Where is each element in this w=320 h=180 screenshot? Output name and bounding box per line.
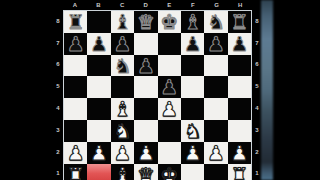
white-pawn: ♟ [158,98,181,120]
file-label-d: D [134,0,158,10]
file-labels: ABCDEFGH [63,0,252,10]
white-rook: ♜ [64,164,87,180]
square-d5[interactable] [134,76,157,98]
square-g2[interactable]: ♟ [204,142,227,164]
square-e5[interactable]: ♟ [158,76,181,98]
square-c4[interactable]: ♝ [111,98,134,120]
rank-label-6: 6 [54,61,62,67]
square-b5[interactable] [87,76,110,98]
square-e7[interactable] [158,33,181,55]
square-c3[interactable]: ♞ [111,120,134,142]
square-h4[interactable] [228,98,251,120]
white-pawn: ♟ [87,142,110,164]
square-h3[interactable] [228,120,251,142]
chess-board: ♜♝♛♚♝♞♜♟♟♟♟♟♟♞♟♟♝♟♞♞♟♟♟♟♟♟♟♜♝♛♚♜ [63,10,252,180]
black-pawn: ♟ [204,33,227,55]
black-bishop: ♝ [181,11,204,33]
square-a2[interactable]: ♟ [64,142,87,164]
square-g4[interactable] [204,98,227,120]
black-pawn: ♟ [134,55,157,77]
black-knight: ♞ [111,55,134,77]
square-a1[interactable]: ♜ [64,164,87,180]
rank-label-1: 1 [54,170,62,176]
rank-label-1: 1 [253,170,261,176]
square-f2[interactable]: ♟ [181,142,204,164]
square-h8[interactable]: ♜ [228,11,251,33]
black-bishop: ♝ [111,11,134,33]
square-a8[interactable]: ♜ [64,11,87,33]
background-blue-stripe [261,0,273,180]
file-label-b: B [87,0,111,10]
square-d7[interactable] [134,33,157,55]
white-pawn: ♟ [204,142,227,164]
square-b7[interactable]: ♟ [87,33,110,55]
square-e3[interactable] [158,120,181,142]
square-d3[interactable] [134,120,157,142]
square-f4[interactable] [181,98,204,120]
rank-labels-left: 87654321 [54,10,62,180]
square-h5[interactable] [228,76,251,98]
square-b3[interactable] [87,120,110,142]
white-knight: ♞ [111,120,134,142]
black-king: ♚ [158,11,181,33]
rank-label-3: 3 [253,127,261,133]
square-b4[interactable] [87,98,110,120]
rank-label-2: 2 [54,149,62,155]
square-h2[interactable]: ♟ [228,142,251,164]
black-pawn: ♟ [181,33,204,55]
white-pawn: ♟ [228,142,251,164]
square-g5[interactable] [204,76,227,98]
square-e2[interactable] [158,142,181,164]
square-a3[interactable] [64,120,87,142]
white-pawn: ♟ [134,142,157,164]
square-g7[interactable]: ♟ [204,33,227,55]
black-pawn: ♟ [64,33,87,55]
square-f8[interactable]: ♝ [181,11,204,33]
black-knight: ♞ [204,11,227,33]
white-bishop: ♝ [111,98,134,120]
rank-label-7: 7 [253,40,261,46]
square-a7[interactable]: ♟ [64,33,87,55]
file-label-g: G [205,0,229,10]
square-h1[interactable]: ♜ [228,164,251,180]
black-pawn: ♟ [87,33,110,55]
white-rook: ♜ [228,164,251,180]
square-a4[interactable] [64,98,87,120]
file-label-f: F [181,0,205,10]
square-f1[interactable] [181,164,204,180]
square-g1[interactable] [204,164,227,180]
rank-label-3: 3 [54,127,62,133]
square-b1[interactable] [87,164,110,180]
rank-label-2: 2 [253,149,261,155]
square-d6[interactable]: ♟ [134,55,157,77]
rank-label-8: 8 [253,18,261,24]
white-bishop: ♝ [111,164,134,180]
white-knight: ♞ [181,120,204,142]
square-c2[interactable]: ♟ [111,142,134,164]
square-h7[interactable]: ♟ [228,33,251,55]
file-label-c: C [110,0,134,10]
square-g3[interactable] [204,120,227,142]
file-label-e: E [158,0,182,10]
white-pawn: ♟ [111,142,134,164]
rank-label-5: 5 [54,83,62,89]
file-label-h: H [228,0,252,10]
black-queen: ♛ [134,11,157,33]
square-f6[interactable] [181,55,204,77]
white-king: ♚ [158,164,181,180]
square-f5[interactable] [181,76,204,98]
square-g8[interactable]: ♞ [204,11,227,33]
square-f7[interactable]: ♟ [181,33,204,55]
rank-label-6: 6 [253,61,261,67]
white-pawn: ♟ [181,142,204,164]
square-e4[interactable]: ♟ [158,98,181,120]
square-c1[interactable]: ♝ [111,164,134,180]
white-queen: ♛ [134,164,157,180]
square-e1[interactable]: ♚ [158,164,181,180]
rank-label-8: 8 [54,18,62,24]
black-rook: ♜ [64,11,87,33]
square-d4[interactable] [134,98,157,120]
square-c7[interactable]: ♟ [111,33,134,55]
rank-label-7: 7 [54,40,62,46]
black-rook: ♜ [228,11,251,33]
white-pawn: ♟ [64,142,87,164]
square-c8[interactable]: ♝ [111,11,134,33]
square-a6[interactable] [64,55,87,77]
chess-app-screen: ABCDEFGH 87654321 87654321 ♜♝♛♚♝♞♜♟♟♟♟♟♟… [0,0,320,180]
rank-labels-right: 87654321 [253,10,261,180]
square-f3[interactable]: ♞ [181,120,204,142]
square-c5[interactable] [111,76,134,98]
square-a5[interactable] [64,76,87,98]
square-c6[interactable]: ♞ [111,55,134,77]
square-d1[interactable]: ♛ [134,164,157,180]
square-b6[interactable] [87,55,110,77]
black-pawn: ♟ [158,76,181,98]
square-b2[interactable]: ♟ [87,142,110,164]
square-h6[interactable] [228,55,251,77]
square-e8[interactable]: ♚ [158,11,181,33]
square-b8[interactable] [87,11,110,33]
black-pawn: ♟ [228,33,251,55]
square-d2[interactable]: ♟ [134,142,157,164]
rank-label-4: 4 [253,105,261,111]
square-g6[interactable] [204,55,227,77]
rank-label-4: 4 [54,105,62,111]
square-e6[interactable] [158,55,181,77]
black-pawn: ♟ [111,33,134,55]
file-label-a: A [63,0,87,10]
square-d8[interactable]: ♛ [134,11,157,33]
rank-label-5: 5 [253,83,261,89]
